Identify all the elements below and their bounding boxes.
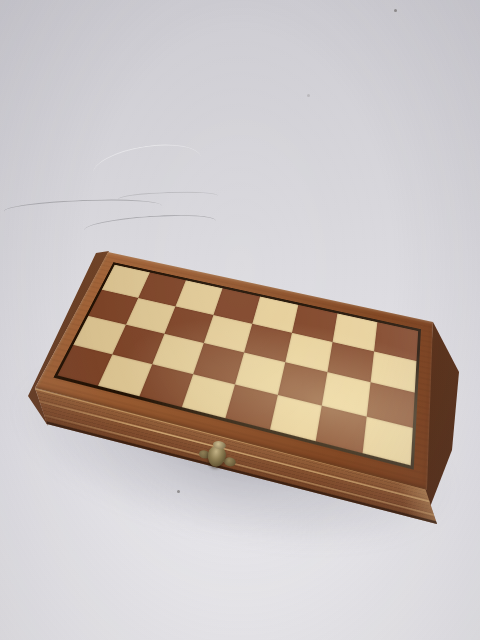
scratch-mark bbox=[89, 138, 204, 196]
dust-speck bbox=[394, 9, 397, 12]
scratch-mark bbox=[118, 190, 218, 204]
dust-speck bbox=[307, 94, 310, 97]
background-surface bbox=[0, 0, 480, 640]
